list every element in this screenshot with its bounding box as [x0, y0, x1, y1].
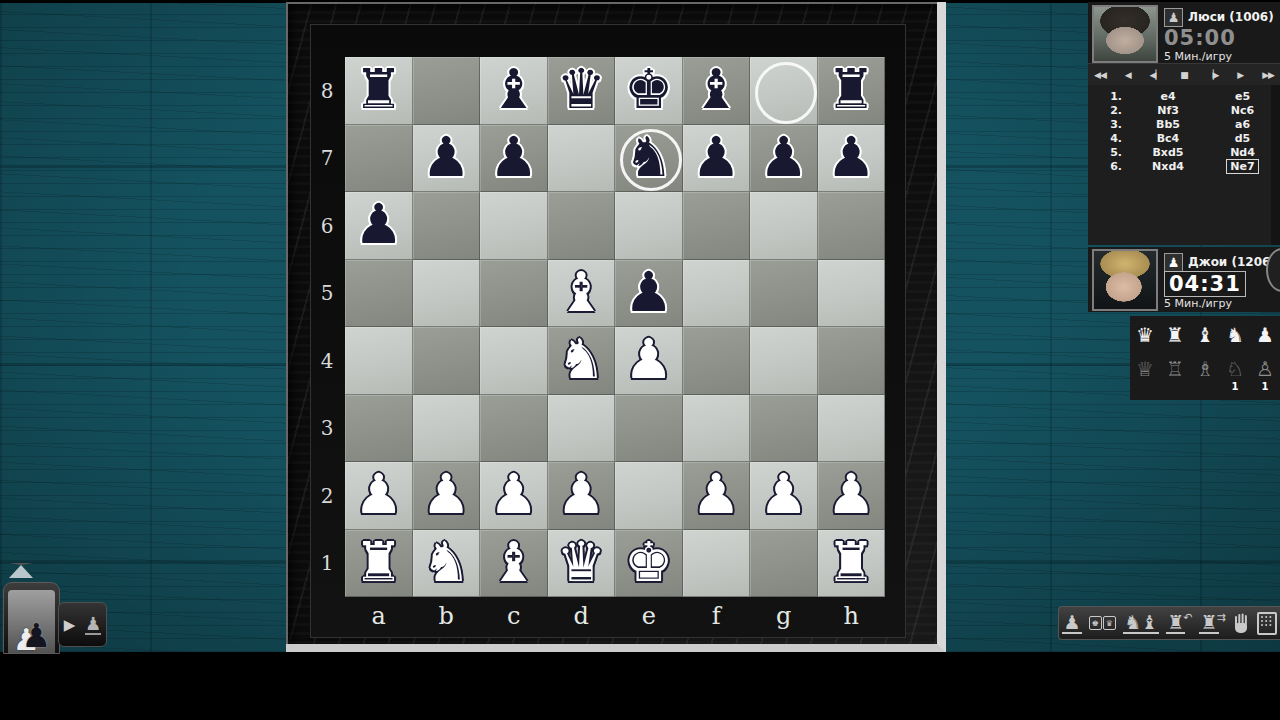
file-labels: abcdefgh — [345, 599, 885, 633]
file-label-c: c — [480, 599, 548, 633]
queen-icon: ♕ — [1136, 356, 1154, 382]
last-move-from-ring — [755, 62, 817, 124]
square-h2[interactable]: ♟ — [818, 462, 886, 530]
square-a7[interactable] — [345, 125, 413, 193]
captured-row-black: ♕♖♗♘1♙1 — [1130, 356, 1280, 396]
square-d5[interactable]: ♝ — [548, 260, 616, 328]
thumbnail-scene: ♟ ♟ — [8, 590, 55, 653]
piece-black-pawn[interactable]: ♟ — [354, 191, 403, 258]
square-h6[interactable] — [818, 192, 886, 260]
board-frame: 87654321 ♜♝♛♚♝♜♟♟♞♟♟♟♟♝♟♞♟♟♟♟♟♟♟♟♜♞♝♛♚♜ … — [286, 2, 946, 652]
square-f2[interactable]: ♟ — [683, 462, 751, 530]
square-e8[interactable]: ♚ — [615, 57, 683, 125]
bottom-player-panel: ♟ Джои (1206) 04:31 5 Мин./игру — [1088, 247, 1280, 312]
move-number: 5. — [1088, 146, 1122, 159]
square-c8[interactable]: ♝ — [480, 57, 548, 125]
piece-black-bishop[interactable]: ♝ — [692, 56, 741, 123]
piece-black-pawn[interactable]: ♟ — [692, 124, 741, 191]
square-b8[interactable] — [413, 57, 481, 125]
pawn-icon: ♟ — [1168, 9, 1180, 26]
square-h8[interactable]: ♜ — [818, 57, 886, 125]
captured-black-queen: ♕ — [1130, 356, 1160, 396]
bottom-black-bar — [0, 652, 1280, 720]
rank-label-2: 2 — [312, 462, 342, 530]
current-move-box: Ne7 — [1226, 159, 1258, 174]
captured-white-rook: ♜ — [1160, 322, 1190, 358]
piece-white-pawn[interactable]: ♟ — [692, 461, 741, 528]
move-number: 4. — [1088, 132, 1122, 145]
move-black[interactable]: Nc6 — [1214, 104, 1271, 117]
square-b6[interactable] — [413, 192, 481, 260]
redo-moves-button[interactable]: ♜⇉ — [1199, 612, 1225, 634]
rank-label-3: 3 — [312, 395, 342, 463]
framed-piece-icon: ♛ — [1103, 616, 1116, 630]
hand-mode-button[interactable] — [1233, 614, 1250, 633]
move-black[interactable]: e5 — [1214, 90, 1271, 103]
move-number: 6. — [1088, 160, 1122, 173]
hand-palm — [1235, 623, 1247, 633]
piece-black-queen[interactable]: ♛ — [557, 56, 606, 123]
rank-label-6: 6 — [312, 192, 342, 260]
file-label-d: d — [548, 599, 616, 633]
move-number: 2. — [1088, 104, 1122, 117]
piece-black-rook[interactable]: ♜ — [827, 56, 876, 123]
move-black[interactable]: Ne7 — [1214, 160, 1271, 173]
move-row: 1.e4e5 — [1088, 90, 1280, 103]
captured-black-knight: ♘1 — [1220, 356, 1250, 396]
move-black[interactable]: a6 — [1214, 118, 1271, 131]
piece-white-pawn[interactable]: ♟ — [759, 461, 808, 528]
piece-white-pawn[interactable]: ♟ — [489, 461, 538, 528]
square-c1[interactable]: ♝ — [480, 530, 548, 598]
pawn-icon: ♟ — [85, 614, 101, 635]
move-white[interactable]: Bxd5 — [1122, 146, 1214, 159]
square-g7[interactable]: ♟ — [750, 125, 818, 193]
square-c6[interactable] — [480, 192, 548, 260]
square-f8[interactable]: ♝ — [683, 57, 751, 125]
file-label-b: b — [413, 599, 481, 633]
square-f6[interactable] — [683, 192, 751, 260]
move-row: 5.Bxd5Nd4 — [1088, 146, 1280, 159]
square-g1[interactable] — [750, 530, 818, 598]
captured-row-white: ♛♜♝♞♟ — [1130, 322, 1280, 354]
players-view-button[interactable]: ♚♛ — [1088, 616, 1116, 630]
piece-white-pawn[interactable]: ♟ — [422, 461, 471, 528]
abacus-score-button[interactable] — [1257, 612, 1277, 635]
bishop-icon: ♗ — [1196, 356, 1214, 382]
play-icon: ▶ — [64, 616, 76, 634]
bottom-player-clock: 04:31 — [1164, 271, 1246, 297]
captured-white-knight: ♞ — [1220, 322, 1250, 358]
fast-back-button[interactable]: ◀ — [1123, 70, 1133, 80]
square-f3[interactable] — [683, 395, 751, 463]
rook-icon: ♜ — [1166, 322, 1184, 348]
expand-up-arrow-button[interactable] — [9, 563, 33, 578]
square-f1[interactable] — [683, 530, 751, 598]
stop-button[interactable]: ■ — [1178, 70, 1190, 80]
piece-white-queen[interactable]: ♛ — [557, 529, 606, 596]
move-row: 6.Nxd4Ne7 — [1088, 160, 1280, 173]
piece-white-pawn[interactable]: ♟ — [827, 461, 876, 528]
top-player-side-icon: ♟ — [1164, 8, 1183, 27]
square-c5[interactable] — [480, 260, 548, 328]
arrow-icon: ↶ — [1183, 612, 1192, 623]
square-g2[interactable]: ♟ — [750, 462, 818, 530]
bottom-player-side-icon: ♟ — [1164, 253, 1183, 272]
captured-black-pawn: ♙1 — [1250, 356, 1280, 396]
square-d3[interactable] — [548, 395, 616, 463]
pawn-icon: ♟ — [1256, 322, 1274, 348]
captured-white-queen: ♛ — [1130, 322, 1160, 358]
knight-icon: ♘ — [1226, 356, 1244, 382]
piece-black-pawn[interactable]: ♟ — [489, 124, 538, 191]
piece-white-pawn[interactable]: ♟ — [557, 461, 606, 528]
square-f4[interactable] — [683, 327, 751, 395]
piece-black-king[interactable]: ♚ — [624, 56, 673, 123]
square-h3[interactable] — [818, 395, 886, 463]
square-h7[interactable]: ♟ — [818, 125, 886, 193]
file-label-g: g — [750, 599, 818, 633]
square-e2[interactable] — [615, 462, 683, 530]
rank-label-4: 4 — [312, 327, 342, 395]
captured-white-pawn: ♟ — [1250, 322, 1280, 358]
square-g3[interactable] — [750, 395, 818, 463]
bottom-player-time-control: 5 Мин./игру — [1164, 297, 1232, 310]
piece-white-knight[interactable]: ♞ — [422, 529, 471, 596]
piece-black-pawn[interactable]: ♟ — [827, 124, 876, 191]
file-label-a: a — [345, 599, 413, 633]
captured-pieces-tray: ♛♜♝♞♟♕♖♗♘1♙1 — [1130, 316, 1280, 400]
hand-icon — [1233, 614, 1250, 633]
square-a1[interactable]: ♜ — [345, 530, 413, 598]
resume-game-button[interactable]: ▶ ♟ — [58, 602, 107, 647]
square-b4[interactable] — [413, 327, 481, 395]
move-black[interactable]: Nd4 — [1214, 146, 1271, 159]
jump-end-button[interactable]: ▶▶ — [1260, 70, 1276, 80]
piece-black-rook[interactable]: ♜ — [354, 56, 403, 123]
pawn-icon: ♟ — [1168, 254, 1180, 271]
square-f7[interactable]: ♟ — [683, 125, 751, 193]
square-a8[interactable]: ♜ — [345, 57, 413, 125]
square-c2[interactable]: ♟ — [480, 462, 548, 530]
top-player-panel: ♟ Люси (1006) 05:00 5 Мин./игру — [1088, 2, 1280, 63]
square-a2[interactable]: ♟ — [345, 462, 413, 530]
game-thumbnail-button[interactable]: ♟ ♟ — [3, 582, 60, 654]
abacus-beads — [1261, 616, 1263, 618]
square-b1[interactable]: ♞ — [413, 530, 481, 598]
framed-piece-icon: ♚ — [1089, 616, 1102, 630]
captured-black-bishop: ♗ — [1190, 356, 1220, 396]
bishop-icon: ♝ — [1196, 322, 1214, 348]
knight-icon: ♞ — [1226, 322, 1244, 348]
square-g4[interactable] — [750, 327, 818, 395]
square-h1[interactable]: ♜ — [818, 530, 886, 598]
file-label-f: f — [683, 599, 751, 633]
square-f5[interactable] — [683, 260, 751, 328]
move-row: 4.Bc4d5 — [1088, 132, 1280, 145]
square-a5[interactable] — [345, 260, 413, 328]
move-row: 3.Bb5a6 — [1088, 118, 1280, 131]
square-a3[interactable] — [345, 395, 413, 463]
move-white[interactable]: Bc4 — [1122, 132, 1214, 145]
top-player-clock: 05:00 — [1164, 26, 1236, 50]
move-list-scrollbar[interactable] — [1271, 85, 1280, 245]
square-e4[interactable]: ♟ — [615, 327, 683, 395]
piece-white-king[interactable]: ♚ — [624, 529, 673, 596]
fast-forward-button[interactable]: ▶ — [1235, 70, 1245, 80]
square-d1[interactable]: ♛ — [548, 530, 616, 598]
queen-icon: ♛ — [1136, 322, 1154, 348]
square-d8[interactable]: ♛ — [548, 57, 616, 125]
piece-style-icon: ♟ — [1062, 612, 1081, 634]
move-white[interactable]: Nf3 — [1122, 104, 1214, 117]
bottom-player-name: Джои (1206) — [1188, 255, 1276, 269]
undo-move-button[interactable]: ♜↶ — [1166, 612, 1192, 634]
piece-black-pawn[interactable]: ♟ — [759, 124, 808, 191]
square-h4[interactable] — [818, 327, 886, 395]
move-black[interactable]: d5 — [1214, 132, 1271, 145]
square-b3[interactable] — [413, 395, 481, 463]
move-number: 3. — [1088, 118, 1122, 131]
square-a4[interactable] — [345, 327, 413, 395]
square-c4[interactable] — [480, 327, 548, 395]
piece-white-rook[interactable]: ♜ — [827, 529, 876, 596]
square-d7[interactable] — [548, 125, 616, 193]
file-label-h: h — [818, 599, 886, 633]
piece-style-button[interactable]: ♟ — [1062, 612, 1081, 634]
piece-black-bishop[interactable]: ♝ — [489, 56, 538, 123]
square-b7[interactable]: ♟ — [413, 125, 481, 193]
piece-black-pawn[interactable]: ♟ — [624, 259, 673, 326]
square-e6[interactable] — [615, 192, 683, 260]
piece-set-button[interactable]: ♞♝ — [1123, 612, 1159, 634]
square-d2[interactable]: ♟ — [548, 462, 616, 530]
arrow-icon: ⇉ — [1217, 612, 1226, 623]
piece-white-rook[interactable]: ♜ — [354, 529, 403, 596]
piece-black-knight[interactable]: ♞ — [624, 124, 673, 191]
square-e3[interactable] — [615, 395, 683, 463]
playback-controls: ◀◀◀◀▏■▕▶▶▶▶ — [1088, 63, 1280, 85]
square-g5[interactable] — [750, 260, 818, 328]
square-c3[interactable] — [480, 395, 548, 463]
captured-count: 1 — [1262, 382, 1269, 392]
square-e5[interactable]: ♟ — [615, 260, 683, 328]
top-player-time-control: 5 Мин./игру — [1164, 50, 1232, 63]
jump-start-button[interactable]: ◀◀ — [1092, 70, 1108, 80]
piece-white-bishop[interactable]: ♝ — [557, 259, 606, 326]
move-number: 1. — [1088, 90, 1122, 103]
square-c7[interactable]: ♟ — [480, 125, 548, 193]
square-d6[interactable] — [548, 192, 616, 260]
rank-label-5: 5 — [312, 260, 342, 328]
bottom-player-avatar — [1092, 249, 1158, 311]
game-toolbar: ♟♚♛♞♝♜↶♜⇉ — [1058, 606, 1280, 640]
piece-white-pawn[interactable]: ♟ — [624, 326, 673, 393]
piece-black-pawn[interactable]: ♟ — [422, 124, 471, 191]
step-forward-button[interactable]: ▕▶ — [1205, 70, 1221, 80]
file-label-e: e — [615, 599, 683, 633]
move-row: 2.Nf3Nc6 — [1088, 104, 1280, 117]
rank-labels: 87654321 — [312, 57, 342, 597]
square-a6[interactable]: ♟ — [345, 192, 413, 260]
top-player-avatar — [1092, 5, 1158, 63]
black-pawn-icon: ♟ — [21, 616, 51, 654]
rook-icon: ♖ — [1166, 356, 1184, 382]
captured-white-bishop: ♝ — [1190, 322, 1220, 358]
abacus-icon — [1257, 612, 1277, 635]
piece-white-knight[interactable]: ♞ — [557, 326, 606, 393]
captured-count: 1 — [1232, 382, 1239, 392]
rank-label-8: 8 — [312, 57, 342, 125]
square-g6[interactable] — [750, 192, 818, 260]
move-list[interactable]: 1.e4e52.Nf3Nc63.Bb5a64.Bc4d55.Bxd5Nd46.N… — [1088, 85, 1280, 245]
step-back-button[interactable]: ◀▏ — [1148, 70, 1164, 80]
rank-label-7: 7 — [312, 125, 342, 193]
move-white[interactable]: e4 — [1122, 90, 1214, 103]
top-player-name: Люси (1006) — [1188, 10, 1274, 24]
pawn-icon: ♙ — [1256, 356, 1274, 382]
piece-set-icon: ♞♝ — [1123, 612, 1159, 634]
square-e7[interactable]: ♞ — [615, 125, 683, 193]
rank-label-1: 1 — [312, 530, 342, 598]
square-h5[interactable] — [818, 260, 886, 328]
square-b2[interactable]: ♟ — [413, 462, 481, 530]
square-e1[interactable]: ♚ — [615, 530, 683, 598]
piece-white-pawn[interactable]: ♟ — [354, 461, 403, 528]
board-grid: ♜♝♛♚♝♜♟♟♞♟♟♟♟♝♟♞♟♟♟♟♟♟♟♟♜♞♝♛♚♜ — [345, 57, 885, 597]
move-white[interactable]: Bb5 — [1122, 118, 1214, 131]
move-white[interactable]: Nxd4 — [1122, 160, 1214, 173]
square-d4[interactable]: ♞ — [548, 327, 616, 395]
square-g8[interactable] — [750, 57, 818, 125]
captured-black-rook: ♖ — [1160, 356, 1190, 396]
square-b5[interactable] — [413, 260, 481, 328]
piece-white-bishop[interactable]: ♝ — [489, 529, 538, 596]
